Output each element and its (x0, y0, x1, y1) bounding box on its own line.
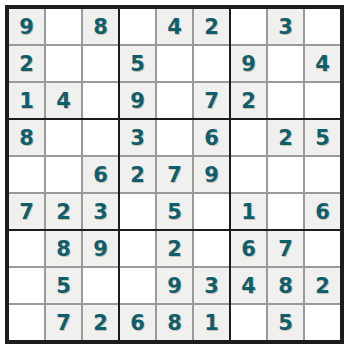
empty-cell-r9c9[interactable] (305, 305, 340, 340)
given-cell-r1c6: 2 (194, 9, 229, 44)
given-cell-r3c6: 7 (194, 83, 229, 118)
given-cell-r1c5: 4 (157, 9, 192, 44)
given-cell-r8c5: 9 (157, 268, 192, 303)
given-cell-r3c4: 9 (120, 83, 155, 118)
given-cell-r2c9: 4 (305, 46, 340, 81)
given-cell-r5c5: 7 (157, 157, 192, 192)
sudoku-box-3-2: 293681 (119, 230, 230, 341)
empty-cell-r7c1[interactable] (9, 231, 44, 266)
given-cell-r3c2: 4 (46, 83, 81, 118)
empty-cell-r1c9[interactable] (305, 9, 340, 44)
sudoku-box-3-1: 89572 (8, 230, 119, 341)
empty-cell-r5c2[interactable] (46, 157, 81, 192)
given-cell-r2c7: 9 (231, 46, 266, 81)
given-cell-r4c4: 3 (120, 120, 155, 155)
given-cell-r6c3: 3 (83, 194, 118, 229)
sudoku-box-1-3: 3942 (230, 8, 341, 119)
empty-cell-r7c6[interactable] (194, 231, 229, 266)
sudoku-box-2-3: 2516 (230, 119, 341, 230)
given-cell-r9c5: 8 (157, 305, 192, 340)
empty-cell-r5c8[interactable] (268, 157, 303, 192)
empty-cell-r3c8[interactable] (268, 83, 303, 118)
given-cell-r8c6: 3 (194, 268, 229, 303)
empty-cell-r4c5[interactable] (157, 120, 192, 155)
given-cell-r6c1: 7 (9, 194, 44, 229)
given-cell-r6c7: 1 (231, 194, 266, 229)
given-cell-r7c8: 7 (268, 231, 303, 266)
empty-cell-r4c2[interactable] (46, 120, 81, 155)
given-cell-r1c8: 3 (268, 9, 303, 44)
sudoku-box-2-2: 362795 (119, 119, 230, 230)
given-cell-r4c1: 8 (9, 120, 44, 155)
sudoku-board: 9821442597394286723362795251689572293681… (5, 5, 344, 344)
given-cell-r7c7: 6 (231, 231, 266, 266)
empty-cell-r6c6[interactable] (194, 194, 229, 229)
empty-cell-r1c7[interactable] (231, 9, 266, 44)
empty-cell-r3c5[interactable] (157, 83, 192, 118)
sudoku-page: 9821442597394286723362795251689572293681… (0, 0, 350, 350)
given-cell-r3c1: 1 (9, 83, 44, 118)
given-cell-r5c4: 2 (120, 157, 155, 192)
given-cell-r7c5: 2 (157, 231, 192, 266)
given-cell-r8c2: 5 (46, 268, 81, 303)
empty-cell-r2c3[interactable] (83, 46, 118, 81)
given-cell-r6c5: 5 (157, 194, 192, 229)
empty-cell-r5c7[interactable] (231, 157, 266, 192)
sudoku-box-2-1: 86723 (8, 119, 119, 230)
empty-cell-r8c4[interactable] (120, 268, 155, 303)
sudoku-box-3-3: 674825 (230, 230, 341, 341)
given-cell-r2c4: 5 (120, 46, 155, 81)
empty-cell-r3c9[interactable] (305, 83, 340, 118)
given-cell-r7c2: 8 (46, 231, 81, 266)
empty-cell-r2c6[interactable] (194, 46, 229, 81)
empty-cell-r2c8[interactable] (268, 46, 303, 81)
given-cell-r4c8: 2 (268, 120, 303, 155)
empty-cell-r6c8[interactable] (268, 194, 303, 229)
given-cell-r7c3: 9 (83, 231, 118, 266)
given-cell-r9c8: 5 (268, 305, 303, 340)
empty-cell-r7c4[interactable] (120, 231, 155, 266)
given-cell-r1c3: 8 (83, 9, 118, 44)
given-cell-r4c6: 6 (194, 120, 229, 155)
empty-cell-r6c4[interactable] (120, 194, 155, 229)
empty-cell-r9c7[interactable] (231, 305, 266, 340)
empty-cell-r7c9[interactable] (305, 231, 340, 266)
empty-cell-r8c1[interactable] (9, 268, 44, 303)
empty-cell-r4c7[interactable] (231, 120, 266, 155)
empty-cell-r3c3[interactable] (83, 83, 118, 118)
empty-cell-r8c3[interactable] (83, 268, 118, 303)
empty-cell-r1c2[interactable] (46, 9, 81, 44)
empty-cell-r9c1[interactable] (9, 305, 44, 340)
given-cell-r6c9: 6 (305, 194, 340, 229)
empty-cell-r4c3[interactable] (83, 120, 118, 155)
empty-cell-r1c4[interactable] (120, 9, 155, 44)
given-cell-r5c3: 6 (83, 157, 118, 192)
given-cell-r5c6: 9 (194, 157, 229, 192)
given-cell-r9c2: 7 (46, 305, 81, 340)
given-cell-r8c8: 8 (268, 268, 303, 303)
empty-cell-r5c9[interactable] (305, 157, 340, 192)
sudoku-box-1-2: 42597 (119, 8, 230, 119)
given-cell-r2c1: 2 (9, 46, 44, 81)
empty-cell-r5c1[interactable] (9, 157, 44, 192)
given-cell-r9c3: 2 (83, 305, 118, 340)
given-cell-r8c9: 2 (305, 268, 340, 303)
given-cell-r9c4: 6 (120, 305, 155, 340)
empty-cell-r2c2[interactable] (46, 46, 81, 81)
sudoku-box-1-1: 98214 (8, 8, 119, 119)
given-cell-r9c6: 1 (194, 305, 229, 340)
given-cell-r8c7: 4 (231, 268, 266, 303)
given-cell-r6c2: 2 (46, 194, 81, 229)
given-cell-r4c9: 5 (305, 120, 340, 155)
given-cell-r3c7: 2 (231, 83, 266, 118)
empty-cell-r2c5[interactable] (157, 46, 192, 81)
given-cell-r1c1: 9 (9, 9, 44, 44)
